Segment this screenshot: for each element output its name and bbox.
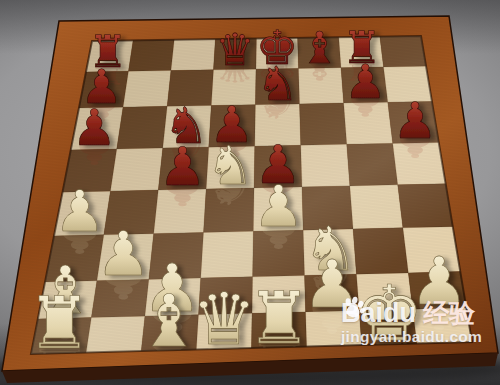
piece-white-knight-d5[interactable]: ♞: [207, 135, 255, 196]
baidu-logo-text-right: du: [383, 299, 416, 327]
baidu-jingyan-watermark: Bai du 经验 jingyan.baidu.com: [341, 299, 499, 346]
square-d3[interactable]: [201, 231, 254, 278]
square-h4[interactable]: [398, 184, 453, 228]
square-f6[interactable]: [300, 103, 347, 145]
piece-white-rook-e1[interactable]: ♜: [247, 276, 312, 360]
piece-black-pawn-a6[interactable]: ♟: [72, 99, 117, 157]
square-h8[interactable]: [380, 36, 426, 67]
square-c8[interactable]: [171, 39, 215, 70]
piece-black-queen-d8[interactable]: ♛: [215, 24, 254, 75]
square-b8[interactable]: [128, 40, 174, 72]
baidu-logo: Bai du 经验: [341, 299, 499, 327]
piece-black-pawn-g7[interactable]: ♟: [344, 54, 386, 109]
piece-black-bishop-f8[interactable]: ♝: [300, 22, 339, 73]
square-g5[interactable]: [347, 143, 398, 185]
chess-app-window: ♜♛♚♝♜♟♞♟♟♞♟♟♟♟♞♟♟♟♞♝♟♟♟♜♝♛♜♚ ♜♛♚♝♜♟♞♟♟♞♟…: [0, 0, 500, 385]
piece-black-pawn-h6[interactable]: ♟: [393, 92, 438, 150]
piece-black-knight-e7[interactable]: ♞: [256, 56, 298, 111]
jingyan-cn-label: 经验: [423, 300, 475, 327]
square-b5[interactable]: [110, 148, 162, 191]
square-f5[interactable]: [301, 144, 350, 187]
square-g4[interactable]: [350, 185, 403, 229]
piece-white-pawn-e4[interactable]: ♟: [253, 173, 304, 239]
piece-black-pawn-c5[interactable]: ♟: [159, 136, 207, 197]
jingyan-url: jingyan.baidu.com: [341, 329, 499, 345]
piece-white-rook-a1[interactable]: ♜: [27, 281, 92, 365]
